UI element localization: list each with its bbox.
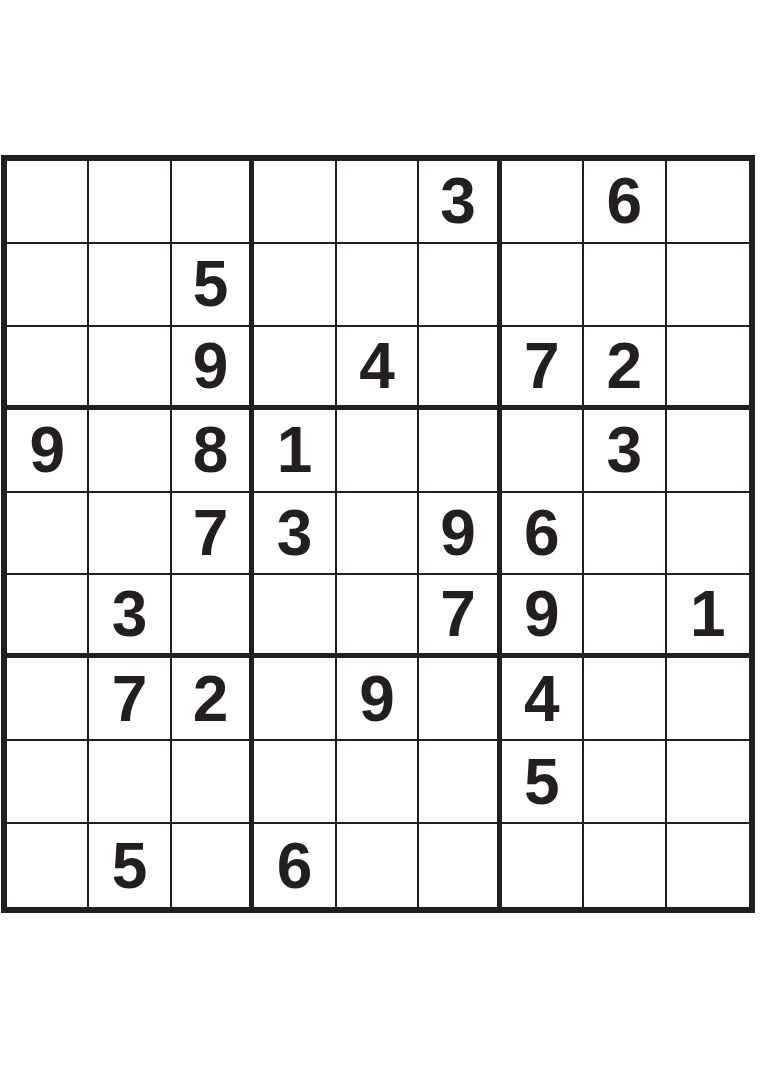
cell-r8c1[interactable] [7, 741, 89, 824]
cell-r5c6[interactable]: 9 [419, 493, 501, 576]
cell-r4c5[interactable] [337, 410, 419, 493]
cell-r2c6[interactable] [419, 244, 501, 327]
cell-r9c4[interactable]: 6 [254, 824, 336, 907]
cell-r6c9[interactable]: 1 [667, 575, 749, 658]
cell-r5c9[interactable] [667, 493, 749, 576]
cell-r9c3[interactable] [172, 824, 254, 907]
cell-r7c9[interactable] [667, 658, 749, 741]
cell-r7c5[interactable]: 9 [337, 658, 419, 741]
cell-r4c1[interactable]: 9 [7, 410, 89, 493]
cell-r9c7[interactable] [502, 824, 584, 907]
cell-r5c2[interactable] [89, 493, 171, 576]
cell-r7c6[interactable] [419, 658, 501, 741]
cell-r8c4[interactable] [254, 741, 336, 824]
cell-r9c8[interactable] [584, 824, 666, 907]
cell-r4c4[interactable]: 1 [254, 410, 336, 493]
cell-r3c6[interactable] [419, 327, 501, 410]
cell-r3c9[interactable] [667, 327, 749, 410]
cell-r4c6[interactable] [419, 410, 501, 493]
cell-r5c8[interactable] [584, 493, 666, 576]
cell-r5c3[interactable]: 7 [172, 493, 254, 576]
cell-r9c1[interactable] [7, 824, 89, 907]
cell-r9c6[interactable] [419, 824, 501, 907]
cell-r5c7[interactable]: 6 [502, 493, 584, 576]
cell-r1c2[interactable] [89, 161, 171, 244]
cell-r3c7[interactable]: 7 [502, 327, 584, 410]
cell-r2c3[interactable]: 5 [172, 244, 254, 327]
cell-r1c1[interactable] [7, 161, 89, 244]
cell-r1c8[interactable]: 6 [584, 161, 666, 244]
cell-r8c5[interactable] [337, 741, 419, 824]
cell-r6c6[interactable]: 7 [419, 575, 501, 658]
cell-r4c8[interactable]: 3 [584, 410, 666, 493]
cell-r1c4[interactable] [254, 161, 336, 244]
cell-r5c5[interactable] [337, 493, 419, 576]
cell-r1c9[interactable] [667, 161, 749, 244]
cell-r6c7[interactable]: 9 [502, 575, 584, 658]
cell-r2c9[interactable] [667, 244, 749, 327]
cell-r3c1[interactable] [7, 327, 89, 410]
cell-r4c9[interactable] [667, 410, 749, 493]
cell-r6c4[interactable] [254, 575, 336, 658]
cell-r7c1[interactable] [7, 658, 89, 741]
cell-r1c3[interactable] [172, 161, 254, 244]
cell-r4c2[interactable] [89, 410, 171, 493]
cell-r3c3[interactable]: 9 [172, 327, 254, 410]
cell-r4c7[interactable] [502, 410, 584, 493]
cell-r2c4[interactable] [254, 244, 336, 327]
cell-r7c4[interactable] [254, 658, 336, 741]
cell-r7c7[interactable]: 4 [502, 658, 584, 741]
cell-r3c4[interactable] [254, 327, 336, 410]
cell-r3c2[interactable] [89, 327, 171, 410]
cell-r6c2[interactable]: 3 [89, 575, 171, 658]
cell-r6c8[interactable] [584, 575, 666, 658]
cell-r8c3[interactable] [172, 741, 254, 824]
cell-r8c8[interactable] [584, 741, 666, 824]
cell-r3c8[interactable]: 2 [584, 327, 666, 410]
cell-r1c6[interactable]: 3 [419, 161, 501, 244]
cell-r5c4[interactable]: 3 [254, 493, 336, 576]
cell-r3c5[interactable]: 4 [337, 327, 419, 410]
cell-r2c2[interactable] [89, 244, 171, 327]
cell-r6c5[interactable] [337, 575, 419, 658]
cell-r2c1[interactable] [7, 244, 89, 327]
cell-r1c5[interactable] [337, 161, 419, 244]
cell-r1c7[interactable] [502, 161, 584, 244]
cell-r4c3[interactable]: 8 [172, 410, 254, 493]
cell-r6c3[interactable] [172, 575, 254, 658]
cell-r9c5[interactable] [337, 824, 419, 907]
cell-r7c2[interactable]: 7 [89, 658, 171, 741]
cell-r7c3[interactable]: 2 [172, 658, 254, 741]
cell-r9c2[interactable]: 5 [89, 824, 171, 907]
cell-r9c9[interactable] [667, 824, 749, 907]
cell-r2c7[interactable] [502, 244, 584, 327]
cell-r2c5[interactable] [337, 244, 419, 327]
cell-r6c1[interactable] [7, 575, 89, 658]
sudoku-board: 36594729813739637917294556 [1, 155, 755, 913]
cell-r7c8[interactable] [584, 658, 666, 741]
cell-r2c8[interactable] [584, 244, 666, 327]
cell-r8c2[interactable] [89, 741, 171, 824]
cell-r8c9[interactable] [667, 741, 749, 824]
cell-r5c1[interactable] [7, 493, 89, 576]
cell-r8c6[interactable] [419, 741, 501, 824]
cell-r8c7[interactable]: 5 [502, 741, 584, 824]
